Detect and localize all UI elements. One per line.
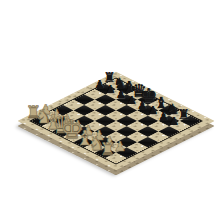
- board-frame: ♜♞♝♛♚♝♞♜♟♟♟♟♟♟♟♟♟♟♟♟♟♟♟♟♜♞♝♛♚♝♞♜: [17, 72, 215, 171]
- piece-black-pawn: ♟: [127, 94, 137, 105]
- chess-grid: ♜♞♝♛♚♝♞♜♟♟♟♟♟♟♟♟♟♟♟♟♟♟♟♟♜♞♝♛♚♝♞♜: [31, 79, 201, 164]
- chess-set-photo: ♜♞♝♛♚♝♞♜♟♟♟♟♟♟♟♟♟♟♟♟♟♟♟♟♜♞♝♛♚♝♞♜: [0, 0, 220, 220]
- piece-black-pawn: ♟: [106, 84, 116, 95]
- piece-black-pawn: ♟: [159, 110, 169, 121]
- piece-black-pawn: ♟: [138, 100, 148, 111]
- chess-board: ♜♞♝♛♚♝♞♜♟♟♟♟♟♟♟♟♟♟♟♟♟♟♟♟♜♞♝♛♚♝♞♜: [17, 72, 215, 171]
- piece-coral-pawn: ♟: [114, 140, 126, 153]
- piece-black-pawn: ♟: [148, 105, 158, 116]
- piece-black-pawn: ♟: [169, 115, 179, 126]
- piece-black-pawn: ♟: [116, 89, 126, 100]
- piece-coral-rook: ♜: [100, 141, 116, 158]
- piece-black-rook: ♜: [178, 108, 190, 121]
- piece-black-pawn: ♟: [95, 78, 105, 89]
